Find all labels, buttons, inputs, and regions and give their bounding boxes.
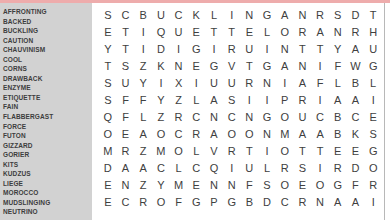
grid-cell[interactable]: S [99,74,117,91]
grid-cell[interactable]: O [152,194,170,211]
grid-cell[interactable]: C [117,6,135,23]
word-list-item: MUDSLINGING [3,198,90,208]
grid-cell[interactable]: O [311,177,329,194]
grid-cell[interactable]: F [241,177,259,194]
grid-cell[interactable]: T [223,23,241,40]
grid-cell[interactable]: N [205,177,223,194]
grid-cell[interactable]: T [99,57,117,74]
grid-cell[interactable]: U [152,6,170,23]
word-list-item: CHAUVINISM [3,45,90,55]
grid-cell[interactable]: G [258,57,276,74]
grid-cell[interactable]: R [294,23,312,40]
letter-grid: SCBUCKLINGANRSDTETIQUETTELORANRHYTIDIGIR… [99,6,382,211]
grid-cell[interactable]: D [258,194,276,211]
grid-cell[interactable]: B [329,126,347,143]
grid-cell[interactable]: T [241,143,259,160]
grid-cell[interactable]: M [170,177,188,194]
grid-cell[interactable]: S [223,91,241,108]
grid-cell[interactable]: S [294,160,312,177]
grid-cell[interactable]: E [99,23,117,40]
grid-cell[interactable]: C [152,160,170,177]
grid-cell[interactable]: E [99,194,117,211]
grid-cell[interactable]: I [187,74,205,91]
grid-cell[interactable]: D [99,160,117,177]
grid-cell[interactable]: L [187,91,205,108]
word-list-item: FORCE [3,122,90,132]
grid-cell[interactable]: G [364,143,382,160]
grid-cell[interactable]: G [205,57,223,74]
grid-cell[interactable]: B [241,194,259,211]
grid-cell[interactable]: I [258,40,276,57]
grid-cell[interactable]: O [152,126,170,143]
word-list-item: COOL [3,55,90,65]
word-list-item: ETIQUETTE [3,93,90,103]
grid-cell[interactable]: M [99,143,117,160]
grid-cell[interactable]: I [311,160,329,177]
grid-cell[interactable]: A [205,91,223,108]
grid-cell[interactable]: C [187,109,205,126]
grid-cell[interactable]: C [276,194,294,211]
grid-cell[interactable]: T [364,6,382,23]
grid-cell[interactable]: S [99,6,117,23]
grid-cell[interactable]: T [294,143,312,160]
grid-cell[interactable]: E [364,109,382,126]
grid-cell[interactable]: E [347,143,365,160]
grid-cell[interactable]: N [258,74,276,91]
grid-cell[interactable]: A [276,6,294,23]
grid-cell[interactable]: Y [134,74,152,91]
grid-cell[interactable]: N [294,6,312,23]
grid-cell[interactable]: A [294,126,312,143]
grid-cell[interactable]: N [241,6,259,23]
grid-cell[interactable]: R [241,74,259,91]
grid-cell[interactable]: O [170,143,188,160]
grid-cell[interactable]: M [152,143,170,160]
grid-cell[interactable]: L [187,143,205,160]
grid-cell[interactable]: G [187,40,205,57]
word-list-item: KUDZUS [3,169,90,179]
grid-cell[interactable]: A [205,126,223,143]
grid-cell[interactable]: I [364,194,382,211]
grid-cell[interactable]: I [134,40,152,57]
word-list-item: FAIN [3,102,90,112]
grid-cell[interactable]: S [99,91,117,108]
grid-cell[interactable]: G [223,194,241,211]
grid-cell[interactable]: I [205,40,223,57]
word-list-item: FLABBERGAST [3,112,90,122]
grid-cell[interactable]: I [311,57,329,74]
grid-cell[interactable]: R [117,143,135,160]
grid-cell[interactable]: N [241,109,259,126]
grid-cell[interactable]: N [276,40,294,57]
grid-cell[interactable]: Q [99,109,117,126]
word-list-panel: AFFRONTINGBACKEDBUCKLINGCAUTIONCHAUVINIS… [0,3,92,220]
grid-cell[interactable]: A [134,160,152,177]
grid-cell[interactable]: F [329,57,347,74]
grid-cell[interactable]: P [276,91,294,108]
grid-cell[interactable]: T [117,23,135,40]
grid-cell[interactable]: O [364,160,382,177]
grid-cell[interactable]: R [223,40,241,57]
word-list-item: CORNS [3,64,90,74]
grid-cell[interactable]: F [117,91,135,108]
grid-cell[interactable]: C [187,160,205,177]
grid-cell[interactable]: F [170,194,188,211]
word-list-item: AFFRONTING [3,7,90,17]
grid-cell[interactable]: U [205,74,223,91]
grid-cell[interactable]: D [347,160,365,177]
grid-cell[interactable]: M [276,126,294,143]
grid-cell[interactable]: L [205,6,223,23]
word-list-item: LIEGE [3,179,90,189]
grid-cell[interactable]: I [223,6,241,23]
grid-cell[interactable]: R [294,91,312,108]
grid-cell[interactable]: R [187,126,205,143]
grid-cell[interactable]: P [205,194,223,211]
grid-cell[interactable]: O [276,23,294,40]
grid-cell[interactable]: N [205,109,223,126]
grid-cell[interactable]: K [187,6,205,23]
grid-cell[interactable]: E [294,177,312,194]
grid-cell[interactable]: G [364,57,382,74]
grid-cell[interactable]: A [311,126,329,143]
grid-cell[interactable]: Z [152,109,170,126]
grid-cell[interactable]: Z [134,177,152,194]
grid-cell[interactable]: F [311,74,329,91]
grid-cell[interactable]: E [99,177,117,194]
grid-cell[interactable]: T [311,40,329,57]
grid-cell[interactable]: S [258,177,276,194]
grid-cell[interactable]: A [329,91,347,108]
grid-cell[interactable]: G [187,194,205,211]
grid-cell[interactable]: Z [170,91,188,108]
grid-cell[interactable]: N [329,23,347,40]
grid-cell[interactable]: N [117,177,135,194]
grid-cell[interactable]: N [223,177,241,194]
grid-cell[interactable]: Y [99,40,117,57]
grid-cell[interactable]: G [329,177,347,194]
grid-cell[interactable]: A [134,126,152,143]
grid-cell[interactable]: A [117,160,135,177]
grid-cell[interactable]: O [99,126,117,143]
grid-cell[interactable]: N [258,126,276,143]
grid-cell[interactable]: U [364,40,382,57]
grid-cell[interactable]: L [258,160,276,177]
grid-cell[interactable]: I [364,91,382,108]
grid-cell[interactable]: I [276,74,294,91]
grid-cell[interactable]: G [258,6,276,23]
grid-cell[interactable]: R [347,23,365,40]
grid-cell[interactable]: H [364,23,382,40]
grid-cell[interactable]: O [223,126,241,143]
panel-right-border [384,3,385,220]
grid-cell[interactable]: R [364,177,382,194]
grid-cell[interactable]: S [117,57,135,74]
grid-cell[interactable]: X [170,74,188,91]
grid-cell[interactable]: I [134,23,152,40]
grid-cell[interactable]: U [241,160,259,177]
grid-cell[interactable]: U [241,40,259,57]
grid-cell[interactable]: D [347,6,365,23]
grid-cell[interactable]: W [347,57,365,74]
grid-cell[interactable]: N [294,57,312,74]
word-list-item: MOROCCO [3,188,90,198]
grid-cell[interactable]: Q [152,23,170,40]
grid-cell[interactable]: L [364,74,382,91]
grid-cell[interactable]: R [223,143,241,160]
grid-cell[interactable]: T [311,143,329,160]
grid-cell[interactable]: U [117,74,135,91]
grid-cell[interactable]: Y [152,91,170,108]
grid-cell[interactable]: E [187,57,205,74]
grid-cell[interactable]: O [276,177,294,194]
grid-cell[interactable]: R [134,194,152,211]
word-list-item: ENZYME [3,83,90,93]
grid-cell[interactable]: K [152,57,170,74]
grid-cell[interactable]: E [241,23,259,40]
grid-cell[interactable]: C [347,109,365,126]
grid-cell[interactable]: G [258,109,276,126]
grid-cell[interactable]: O [276,109,294,126]
grid-cell[interactable]: I [223,160,241,177]
grid-cell[interactable]: Y [329,40,347,57]
grid-cell[interactable]: T [294,40,312,57]
grid-cell[interactable]: S [329,6,347,23]
grid-cell[interactable]: L [134,109,152,126]
grid-cell[interactable]: R [276,160,294,177]
grid-cell[interactable]: I [152,74,170,91]
word-list-item: BUCKLING [3,26,90,36]
grid-cell[interactable]: Q [205,160,223,177]
grid-cell[interactable]: F [134,91,152,108]
word-list-item: GIZZARD [3,141,90,151]
grid-cell[interactable]: U [223,74,241,91]
grid-cell[interactable]: A [311,23,329,40]
grid-cell[interactable]: C [170,6,188,23]
word-list-item: NEUTRINO [3,207,90,217]
grid-cell[interactable]: E [187,177,205,194]
word-list-item: KITS [3,160,90,170]
grid-cell[interactable]: R [311,6,329,23]
word-search-app: AFFRONTINGBACKEDBUCKLINGCAUTIONCHAUVINIS… [0,0,390,220]
grid-cell[interactable]: F [347,177,365,194]
grid-cell[interactable]: Z [134,57,152,74]
grid-cell[interactable]: E [117,126,135,143]
grid-cell[interactable]: L [329,74,347,91]
grid-cell[interactable]: N [170,57,188,74]
grid-cell[interactable]: T [205,23,223,40]
grid-cell[interactable]: F [117,109,135,126]
grid-cell[interactable]: T [117,40,135,57]
grid-cell[interactable]: C [311,109,329,126]
grid-cell[interactable]: I [258,143,276,160]
grid-cell[interactable]: Y [152,177,170,194]
grid-cell[interactable]: V [223,57,241,74]
grid-cell[interactable]: K [347,126,365,143]
grid-cell[interactable]: Z [134,143,152,160]
word-list-item: BACKED [3,17,90,27]
grid-cell[interactable]: C [117,194,135,211]
grid-cell[interactable]: I [258,91,276,108]
grid-cell[interactable]: V [205,143,223,160]
grid-cell[interactable]: A [347,40,365,57]
grid-cell[interactable]: R [329,160,347,177]
grid-cell[interactable]: A [294,74,312,91]
grid-cell[interactable]: D [152,40,170,57]
grid-cell[interactable]: I [241,91,259,108]
grid-cell[interactable]: E [187,23,205,40]
grid-cell[interactable]: L [258,23,276,40]
grid-cell[interactable]: O [241,126,259,143]
grid-cell[interactable]: U [170,23,188,40]
grid-cell[interactable]: O [276,143,294,160]
grid-cell[interactable]: B [329,109,347,126]
grid-cell[interactable]: R [294,194,312,211]
word-list-item: FUTON [3,131,90,141]
grid-cell[interactable]: A [347,91,365,108]
grid-cell[interactable]: B [347,74,365,91]
grid-cell[interactable]: B [134,6,152,23]
grid-cell[interactable]: U [294,109,312,126]
grid-cell[interactable]: C [223,109,241,126]
grid-cell[interactable]: A [347,194,365,211]
grid-cell[interactable]: I [170,40,188,57]
grid-cell[interactable]: S [364,126,382,143]
grid-cell[interactable]: L [170,160,188,177]
grid-cell[interactable]: A [276,57,294,74]
word-list-item: GORIER [3,150,90,160]
word-list-item: CAUTION [3,36,90,46]
grid-cell[interactable]: I [311,91,329,108]
grid-cell[interactable]: A [329,194,347,211]
grid-cell[interactable]: C [170,126,188,143]
grid-cell[interactable]: N [311,194,329,211]
grid-cell[interactable]: T [241,57,259,74]
grid-cell[interactable]: E [329,143,347,160]
word-list-item: DRAWBACK [3,74,90,84]
grid-cell[interactable]: R [170,109,188,126]
